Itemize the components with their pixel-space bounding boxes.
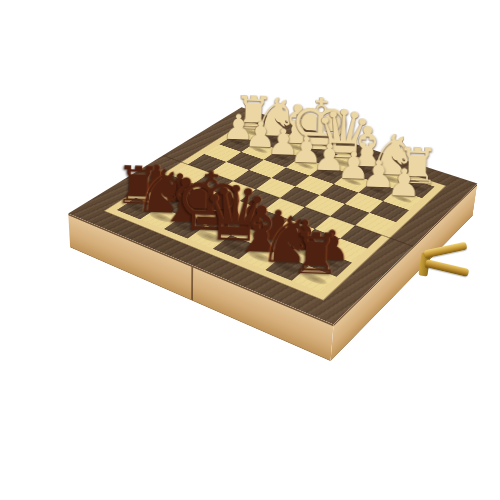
black-rook-icon: ♜ [289,225,341,283]
brass-clasp-latch [418,238,476,292]
chess-box: ♜♞♝♚♛♝♞♜♟♟♟♟♟♟♟♟♟♟♟♟♟♟♟♟♜♞♝♚♛♝♞♜ [68,107,477,324]
fold-seam-side [191,267,193,300]
board-photo: ♜♞♝♚♛♝♞♜♟♟♟♟♟♟♟♟♟♟♟♟♟♟♟♟♜♞♝♚♛♝♞♜ [0,0,500,500]
piece-black-rook-a8[interactable]: ♜ [289,225,341,283]
clasp-lower-arm-icon [425,259,470,277]
clasp-upper-arm-icon [424,242,468,259]
